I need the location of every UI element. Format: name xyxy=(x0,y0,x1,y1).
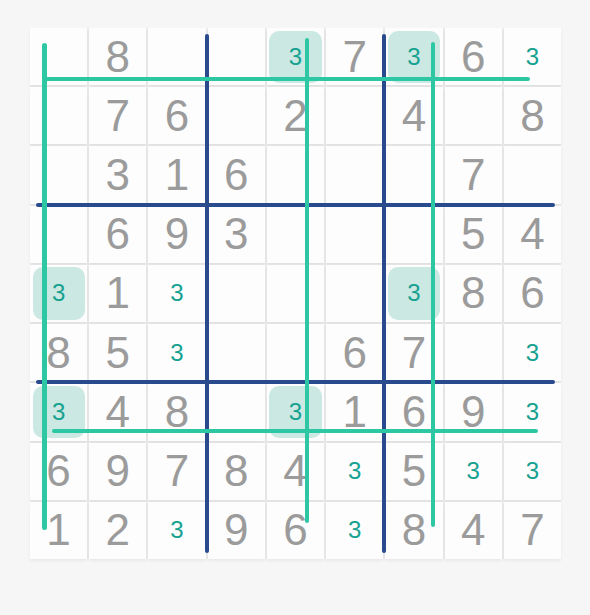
candidate-digit: 3 xyxy=(526,400,539,424)
candidate-digit: 3 xyxy=(289,400,302,424)
given-digit: 8 xyxy=(106,35,130,79)
given-digit: 6 xyxy=(106,212,130,256)
given-digit: 2 xyxy=(283,94,307,138)
given-digit: 4 xyxy=(106,390,130,434)
cell-r6c3[interactable]: 3 xyxy=(148,324,205,381)
cell-r1c6[interactable]: 7 xyxy=(326,28,383,85)
cell-r5c9[interactable]: 6 xyxy=(504,265,561,322)
given-digit: 3 xyxy=(224,212,248,256)
cell-r3c5[interactable] xyxy=(267,146,324,203)
cell-r2c9[interactable]: 8 xyxy=(504,87,561,144)
cell-r3c4[interactable]: 6 xyxy=(208,146,265,203)
cell-r8c5[interactable]: 4 xyxy=(267,443,324,500)
cell-r6c6[interactable]: 6 xyxy=(326,324,383,381)
cell-r4c7[interactable] xyxy=(385,206,442,263)
cell-r5c8[interactable]: 8 xyxy=(445,265,502,322)
cell-r6c8[interactable] xyxy=(445,324,502,381)
cell-r5c6[interactable] xyxy=(326,265,383,322)
given-digit: 6 xyxy=(46,449,70,493)
cell-r8c3[interactable]: 7 xyxy=(148,443,205,500)
candidate-digit: 3 xyxy=(526,45,539,69)
given-digit: 6 xyxy=(461,35,485,79)
given-digit: 9 xyxy=(224,508,248,552)
given-digit: 8 xyxy=(520,94,544,138)
cell-r5c7[interactable]: 3 xyxy=(385,265,442,322)
cell-r2c5[interactable]: 2 xyxy=(267,87,324,144)
cell-r9c1[interactable]: 1 xyxy=(30,502,87,559)
cell-r6c5[interactable] xyxy=(267,324,324,381)
cell-r2c1[interactable] xyxy=(30,87,87,144)
given-digit: 4 xyxy=(283,449,307,493)
cell-r6c1[interactable]: 8 xyxy=(30,324,87,381)
given-digit: 8 xyxy=(461,271,485,315)
given-digit: 8 xyxy=(165,390,189,434)
given-digit: 4 xyxy=(461,508,485,552)
given-digit: 9 xyxy=(165,212,189,256)
candidate-digit: 3 xyxy=(526,341,539,365)
given-digit: 1 xyxy=(46,508,70,552)
cell-r6c2[interactable]: 5 xyxy=(89,324,146,381)
cell-r3c6[interactable] xyxy=(326,146,383,203)
candidate-digit: 3 xyxy=(348,459,361,483)
cell-r7c7[interactable]: 6 xyxy=(385,383,442,440)
given-digit: 3 xyxy=(106,153,130,197)
cell-r2c3[interactable]: 6 xyxy=(148,87,205,144)
candidate-digit: 3 xyxy=(348,518,361,542)
cell-r4c5[interactable] xyxy=(267,206,324,263)
cell-r4c4[interactable]: 3 xyxy=(208,206,265,263)
cell-r5c2[interactable]: 1 xyxy=(89,265,146,322)
cell-r9c6[interactable]: 3 xyxy=(326,502,383,559)
candidate-digit: 3 xyxy=(289,45,302,69)
cell-r3c2[interactable]: 3 xyxy=(89,146,146,203)
cell-r6c9[interactable]: 3 xyxy=(504,324,561,381)
cell-r3c7[interactable] xyxy=(385,146,442,203)
cell-r2c4[interactable] xyxy=(208,87,265,144)
cell-r8c2[interactable]: 9 xyxy=(89,443,146,500)
given-digit: 7 xyxy=(106,94,130,138)
cell-r5c4[interactable] xyxy=(208,265,265,322)
given-digit: 5 xyxy=(461,212,485,256)
cell-r7c2[interactable]: 4 xyxy=(89,383,146,440)
given-digit: 5 xyxy=(402,449,426,493)
cell-r2c6[interactable] xyxy=(326,87,383,144)
given-digit: 8 xyxy=(402,508,426,552)
cell-r7c8[interactable]: 9 xyxy=(445,383,502,440)
cell-r5c5[interactable] xyxy=(267,265,324,322)
cell-r1c2[interactable]: 8 xyxy=(89,28,146,85)
given-digit: 1 xyxy=(106,271,130,315)
cell-r8c7[interactable]: 5 xyxy=(385,443,442,500)
cell-r3c8[interactable]: 7 xyxy=(445,146,502,203)
cell-r3c9[interactable] xyxy=(504,146,561,203)
cell-r1c3[interactable] xyxy=(148,28,205,85)
cell-r9c3[interactable]: 3 xyxy=(148,502,205,559)
cell-r7c9[interactable]: 3 xyxy=(504,383,561,440)
cell-r8c9[interactable]: 3 xyxy=(504,443,561,500)
candidate-digit: 3 xyxy=(466,459,479,483)
cell-r1c4[interactable] xyxy=(208,28,265,85)
candidate-digit: 3 xyxy=(407,281,420,305)
cell-r8c1[interactable]: 6 xyxy=(30,443,87,500)
cell-r1c7[interactable]: 3 xyxy=(385,28,442,85)
cell-r2c2[interactable]: 7 xyxy=(89,87,146,144)
cell-r1c8[interactable]: 6 xyxy=(445,28,502,85)
cell-r7c4[interactable] xyxy=(208,383,265,440)
given-digit: 8 xyxy=(224,449,248,493)
cell-r7c3[interactable]: 8 xyxy=(148,383,205,440)
given-digit: 7 xyxy=(520,508,544,552)
cell-r3c3[interactable]: 1 xyxy=(148,146,205,203)
given-digit: 9 xyxy=(461,390,485,434)
given-digit: 4 xyxy=(402,94,426,138)
cell-r2c7[interactable]: 4 xyxy=(385,87,442,144)
given-digit: 4 xyxy=(520,212,544,256)
given-digit: 1 xyxy=(165,153,189,197)
cell-r1c9[interactable]: 3 xyxy=(504,28,561,85)
cell-r6c4[interactable] xyxy=(208,324,265,381)
candidate-digit: 3 xyxy=(407,45,420,69)
cell-r9c7[interactable]: 8 xyxy=(385,502,442,559)
cell-r2c8[interactable] xyxy=(445,87,502,144)
given-digit: 6 xyxy=(342,331,366,375)
cell-r8c8[interactable]: 3 xyxy=(445,443,502,500)
given-digit: 9 xyxy=(106,449,130,493)
cell-r1c5[interactable]: 3 xyxy=(267,28,324,85)
given-digit: 7 xyxy=(165,449,189,493)
given-digit: 1 xyxy=(342,390,366,434)
candidate-digit: 3 xyxy=(526,459,539,483)
cell-r4c6[interactable] xyxy=(326,206,383,263)
cell-r1c1[interactable] xyxy=(30,28,87,85)
cell-r4c9[interactable]: 4 xyxy=(504,206,561,263)
cell-r5c3[interactable]: 3 xyxy=(148,265,205,322)
given-digit: 5 xyxy=(106,331,130,375)
given-digit: 6 xyxy=(283,508,307,552)
given-digit: 7 xyxy=(402,331,426,375)
given-digit: 6 xyxy=(224,153,248,197)
given-digit: 6 xyxy=(165,94,189,138)
given-digit: 6 xyxy=(520,271,544,315)
candidate-digit: 3 xyxy=(52,281,65,305)
cell-r6c7[interactable]: 7 xyxy=(385,324,442,381)
cell-r7c6[interactable]: 1 xyxy=(326,383,383,440)
cell-r9c5[interactable]: 6 xyxy=(267,502,324,559)
candidate-digit: 3 xyxy=(170,281,183,305)
candidate-digit: 3 xyxy=(52,400,65,424)
given-digit: 7 xyxy=(461,153,485,197)
cell-r9c4[interactable]: 9 xyxy=(208,502,265,559)
candidate-digit: 3 xyxy=(170,341,183,365)
cell-r4c1[interactable] xyxy=(30,206,87,263)
given-digit: 6 xyxy=(402,390,426,434)
cell-r3c1[interactable] xyxy=(30,146,87,203)
cell-r9c2[interactable]: 2 xyxy=(89,502,146,559)
cell-r5c1[interactable]: 3 xyxy=(30,265,87,322)
cell-r9c8[interactable]: 4 xyxy=(445,502,502,559)
cell-r4c3[interactable]: 9 xyxy=(148,206,205,263)
cell-r8c4[interactable]: 8 xyxy=(208,443,265,500)
cell-r7c5[interactable]: 3 xyxy=(267,383,324,440)
cell-r4c8[interactable]: 5 xyxy=(445,206,502,263)
cell-r8c6[interactable]: 3 xyxy=(326,443,383,500)
given-digit: 7 xyxy=(342,35,366,79)
sudoku-board: 8373637624831676935431338685367334831693… xyxy=(30,28,561,559)
given-digit: 2 xyxy=(106,508,130,552)
cell-r4c2[interactable]: 6 xyxy=(89,206,146,263)
given-digit: 8 xyxy=(46,331,70,375)
candidate-digit: 3 xyxy=(170,518,183,542)
cell-r7c1[interactable]: 3 xyxy=(30,383,87,440)
cell-r9c9[interactable]: 7 xyxy=(504,502,561,559)
